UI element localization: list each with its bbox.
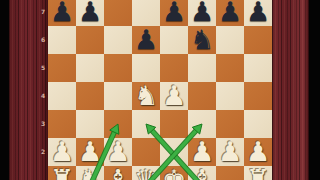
white-bishop[interactable]: ♝ — [104, 166, 132, 180]
square-f4[interactable] — [188, 82, 216, 110]
square-f3[interactable] — [188, 110, 216, 138]
square-g3[interactable] — [216, 110, 244, 138]
square-b2[interactable]: ♟ — [76, 138, 104, 166]
square-a4[interactable] — [48, 82, 76, 110]
white-queen[interactable]: ♛ — [132, 166, 160, 180]
square-h5[interactable] — [244, 54, 272, 82]
square-a6[interactable] — [48, 26, 76, 54]
square-d6[interactable]: ♟ — [132, 26, 160, 54]
square-a2[interactable]: ♟ — [48, 138, 76, 166]
square-c3[interactable] — [104, 110, 132, 138]
black-pawn[interactable]: ♟ — [160, 0, 188, 26]
right-black-border — [309, 0, 320, 180]
chess-video-frame: ♜♞♝♛♚♝♜♟♟♟♟♟♟♟♞♞♟♟♟♟♟♟♟♜♞♝♛♚♝♜ 765432 — [0, 0, 320, 180]
square-c6[interactable] — [104, 26, 132, 54]
square-a7[interactable]: ♟ — [48, 0, 76, 26]
square-e6[interactable] — [160, 26, 188, 54]
square-f7[interactable]: ♟ — [188, 0, 216, 26]
square-d1[interactable]: ♛ — [132, 166, 160, 180]
square-e4[interactable]: ♟ — [160, 82, 188, 110]
square-h2[interactable]: ♟ — [244, 138, 272, 166]
left-black-border — [0, 0, 9, 180]
square-h4[interactable] — [244, 82, 272, 110]
square-a5[interactable] — [48, 54, 76, 82]
square-c7[interactable] — [104, 0, 132, 26]
white-knight[interactable]: ♞ — [76, 166, 104, 180]
square-g6[interactable] — [216, 26, 244, 54]
square-c1[interactable]: ♝ — [104, 166, 132, 180]
white-knight[interactable]: ♞ — [132, 82, 160, 110]
square-a1[interactable]: ♜ — [48, 166, 76, 180]
square-e7[interactable]: ♟ — [160, 0, 188, 26]
square-g2[interactable]: ♟ — [216, 138, 244, 166]
square-c2[interactable]: ♟ — [104, 138, 132, 166]
square-a3[interactable] — [48, 110, 76, 138]
white-bishop[interactable]: ♝ — [188, 166, 216, 180]
square-c5[interactable] — [104, 54, 132, 82]
white-pawn[interactable]: ♟ — [104, 138, 132, 166]
square-f2[interactable]: ♟ — [188, 138, 216, 166]
rank-label-4: 4 — [39, 92, 47, 100]
square-b4[interactable] — [76, 82, 104, 110]
rank-label-6: 6 — [39, 36, 47, 44]
black-pawn[interactable]: ♟ — [48, 0, 76, 26]
square-h7[interactable]: ♟ — [244, 0, 272, 26]
square-c4[interactable] — [104, 82, 132, 110]
white-rook[interactable]: ♜ — [48, 166, 76, 180]
white-pawn[interactable]: ♟ — [244, 138, 272, 166]
square-g4[interactable] — [216, 82, 244, 110]
black-pawn[interactable]: ♟ — [216, 0, 244, 26]
white-pawn[interactable]: ♟ — [76, 138, 104, 166]
square-d3[interactable] — [132, 110, 160, 138]
square-d5[interactable] — [132, 54, 160, 82]
square-e5[interactable] — [160, 54, 188, 82]
square-d2[interactable] — [132, 138, 160, 166]
white-pawn[interactable]: ♟ — [188, 138, 216, 166]
square-g1[interactable] — [216, 166, 244, 180]
square-h3[interactable] — [244, 110, 272, 138]
square-g5[interactable] — [216, 54, 244, 82]
square-b7[interactable]: ♟ — [76, 0, 104, 26]
right-wood-panel — [272, 0, 309, 180]
black-knight[interactable]: ♞ — [188, 26, 216, 54]
black-pawn[interactable]: ♟ — [244, 0, 272, 26]
square-h6[interactable] — [244, 26, 272, 54]
white-pawn[interactable]: ♟ — [48, 138, 76, 166]
white-pawn[interactable]: ♟ — [160, 82, 188, 110]
square-e3[interactable] — [160, 110, 188, 138]
black-pawn[interactable]: ♟ — [132, 26, 160, 54]
square-g7[interactable]: ♟ — [216, 0, 244, 26]
square-e1[interactable]: ♚ — [160, 166, 188, 180]
square-e2[interactable] — [160, 138, 188, 166]
white-pawn[interactable]: ♟ — [216, 138, 244, 166]
black-pawn[interactable]: ♟ — [188, 0, 216, 26]
square-b3[interactable] — [76, 110, 104, 138]
black-pawn[interactable]: ♟ — [76, 0, 104, 26]
rank-label-3: 3 — [39, 120, 47, 128]
chess-board[interactable]: ♜♞♝♛♚♝♜♟♟♟♟♟♟♟♞♞♟♟♟♟♟♟♟♜♞♝♛♚♝♜ — [48, 0, 272, 180]
white-king[interactable]: ♚ — [160, 166, 188, 180]
square-b1[interactable]: ♞ — [76, 166, 104, 180]
rank-label-2: 2 — [39, 148, 47, 156]
square-h1[interactable]: ♜ — [244, 166, 272, 180]
square-b5[interactable] — [76, 54, 104, 82]
rank-label-5: 5 — [39, 64, 47, 72]
white-rook[interactable]: ♜ — [244, 166, 272, 180]
square-b6[interactable] — [76, 26, 104, 54]
square-f1[interactable]: ♝ — [188, 166, 216, 180]
square-d4[interactable]: ♞ — [132, 82, 160, 110]
square-f5[interactable] — [188, 54, 216, 82]
rank-label-7: 7 — [39, 8, 47, 16]
square-d7[interactable] — [132, 0, 160, 26]
square-f6[interactable]: ♞ — [188, 26, 216, 54]
